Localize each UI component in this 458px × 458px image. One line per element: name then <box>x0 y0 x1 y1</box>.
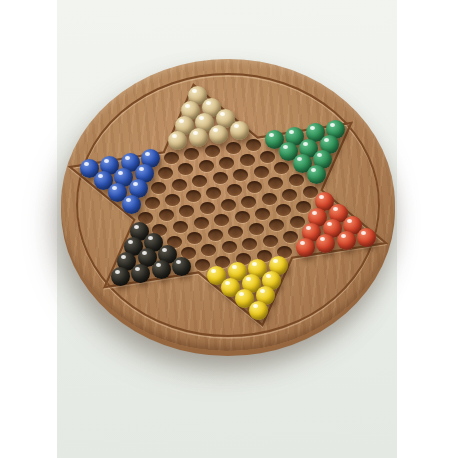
hole[interactable] <box>145 197 160 209</box>
marble-specular-highlight <box>297 157 302 161</box>
marble-specular-highlight <box>312 211 317 215</box>
marble-specular-highlight <box>232 265 237 269</box>
marble-specular-highlight <box>246 277 251 281</box>
marble-specular-highlight <box>185 104 190 108</box>
marble-specular-highlight <box>311 168 316 172</box>
marble-specular-highlight <box>142 251 147 255</box>
marble-red[interactable] <box>296 238 315 257</box>
hole[interactable] <box>249 223 264 235</box>
hole[interactable] <box>241 196 256 208</box>
marble-specular-highlight <box>333 207 338 211</box>
marble-natural[interactable] <box>189 128 208 147</box>
marble-natural[interactable] <box>209 125 228 144</box>
hole[interactable] <box>214 214 229 226</box>
marble-specular-highlight <box>112 186 117 190</box>
hole[interactable] <box>187 232 202 244</box>
marble-specular-highlight <box>193 131 198 135</box>
marble-specular-highlight <box>324 138 329 142</box>
marble-specular-highlight <box>118 171 123 175</box>
marble-red[interactable] <box>357 228 376 247</box>
hole[interactable] <box>274 162 289 174</box>
marble-red[interactable] <box>316 234 335 253</box>
marble-specular-highlight <box>253 304 258 308</box>
marble-specular-highlight <box>125 156 130 160</box>
hole[interactable] <box>242 238 257 250</box>
marble-specular-highlight <box>199 116 204 120</box>
marble-specular-highlight <box>252 262 257 266</box>
marble-yellow[interactable] <box>249 301 268 320</box>
marble-blue[interactable] <box>122 195 141 214</box>
hole[interactable] <box>159 209 174 221</box>
marble-specular-highlight <box>303 142 308 146</box>
hole[interactable] <box>199 160 214 172</box>
marble-specular-highlight <box>330 123 335 127</box>
hole[interactable] <box>235 211 250 223</box>
marble-specular-highlight <box>162 248 167 252</box>
marble-specular-highlight <box>289 130 294 134</box>
marble-specular-highlight <box>327 222 332 226</box>
hole[interactable] <box>184 148 199 160</box>
marble-specular-highlight <box>156 263 161 267</box>
marble-specular-highlight <box>260 289 265 293</box>
marble-specular-highlight <box>310 126 315 130</box>
marble-black[interactable] <box>111 267 130 286</box>
hole[interactable] <box>200 202 215 214</box>
hole[interactable] <box>206 187 221 199</box>
marble-specular-highlight <box>172 134 177 138</box>
hole[interactable] <box>178 163 193 175</box>
hole[interactable] <box>260 151 275 163</box>
marble-specular-highlight <box>126 198 131 202</box>
hole[interactable] <box>179 205 194 217</box>
hole[interactable] <box>263 235 278 247</box>
marble-red[interactable] <box>337 231 356 250</box>
hole[interactable] <box>247 181 262 193</box>
product-photo-background <box>57 0 397 458</box>
marble-specular-highlight <box>135 267 140 271</box>
marble-specular-highlight <box>266 274 271 278</box>
hole[interactable] <box>192 175 207 187</box>
marble-specular-highlight <box>283 145 288 149</box>
marble-specular-highlight <box>84 162 89 166</box>
hole[interactable] <box>219 157 234 169</box>
hole[interactable] <box>151 182 166 194</box>
holes-and-marbles-layer <box>57 0 397 458</box>
marble-black[interactable] <box>152 260 171 279</box>
hole[interactable] <box>201 244 216 256</box>
marble-specular-highlight <box>145 152 150 156</box>
hole[interactable] <box>164 152 179 164</box>
marble-black[interactable] <box>172 257 191 276</box>
marble-specular-highlight <box>139 167 144 171</box>
hole[interactable] <box>289 174 304 186</box>
hole[interactable] <box>262 193 277 205</box>
hole[interactable] <box>254 166 269 178</box>
hole[interactable] <box>165 194 180 206</box>
marble-specular-highlight <box>341 234 346 238</box>
hole[interactable] <box>246 139 261 151</box>
marble-specular-highlight <box>320 237 325 241</box>
marble-specular-highlight <box>239 292 244 296</box>
marble-specular-highlight <box>179 119 184 123</box>
hole[interactable] <box>228 226 243 238</box>
hole[interactable] <box>172 179 187 191</box>
marble-specular-highlight <box>319 195 324 199</box>
marble-specular-highlight <box>128 240 133 244</box>
hole[interactable] <box>221 199 236 211</box>
marble-specular-highlight <box>273 259 278 263</box>
marble-specular-highlight <box>206 101 211 105</box>
marble-specular-highlight <box>121 255 126 259</box>
marble-specular-highlight <box>98 174 103 178</box>
marble-black[interactable] <box>131 264 150 283</box>
hole[interactable] <box>186 190 201 202</box>
marble-natural[interactable] <box>168 131 187 150</box>
marble-specular-highlight <box>104 159 109 163</box>
marble-specular-highlight <box>306 226 311 230</box>
marble-specular-highlight <box>133 182 138 186</box>
marble-green[interactable] <box>307 165 326 184</box>
hole[interactable] <box>158 167 173 179</box>
marble-specular-highlight <box>269 133 274 137</box>
marble-specular-highlight <box>176 260 181 264</box>
marble-specular-highlight <box>211 269 216 273</box>
hole[interactable] <box>255 208 270 220</box>
marble-specular-highlight <box>347 219 352 223</box>
hole[interactable] <box>213 172 228 184</box>
marble-specular-highlight <box>220 112 225 116</box>
hole[interactable] <box>282 189 297 201</box>
marble-natural[interactable] <box>230 121 249 140</box>
marble-specular-highlight <box>148 236 153 240</box>
hole[interactable] <box>208 229 223 241</box>
marble-specular-highlight <box>225 281 230 285</box>
hole[interactable] <box>194 217 209 229</box>
marble-specular-highlight <box>213 128 218 132</box>
hole[interactable] <box>226 142 241 154</box>
hole[interactable] <box>233 169 248 181</box>
hole[interactable] <box>269 219 284 231</box>
marble-specular-highlight <box>317 153 322 157</box>
marble-specular-highlight <box>115 270 120 274</box>
hole[interactable] <box>276 204 291 216</box>
marble-specular-highlight <box>134 225 139 229</box>
hole[interactable] <box>227 184 242 196</box>
marble-specular-highlight <box>361 231 366 235</box>
marble-specular-highlight <box>300 241 305 245</box>
hole[interactable] <box>268 177 283 189</box>
hole[interactable] <box>283 231 298 243</box>
marble-specular-highlight <box>192 89 197 93</box>
marble-specular-highlight <box>234 124 239 128</box>
hole[interactable] <box>173 221 188 233</box>
hole[interactable] <box>240 154 255 166</box>
hole[interactable] <box>205 145 220 157</box>
hole[interactable] <box>222 241 237 253</box>
